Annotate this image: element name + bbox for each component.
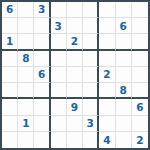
empty-cell-r3c7[interactable] (99, 34, 115, 50)
empty-cell-r8c5[interactable] (67, 116, 83, 132)
empty-cell-r5c9[interactable] (132, 67, 148, 83)
sudoku-board: 6336128628961342 (0, 0, 150, 150)
given-digit-r7c9: 6 (132, 99, 148, 115)
empty-cell-r9c6[interactable] (83, 132, 99, 148)
empty-cell-r5c6[interactable] (83, 67, 99, 83)
empty-cell-r3c3[interactable] (34, 34, 50, 50)
empty-cell-r8c3[interactable] (34, 116, 50, 132)
given-digit-r3c1: 1 (2, 34, 18, 50)
empty-cell-r1c6[interactable] (83, 2, 99, 18)
empty-cell-r7c7[interactable] (99, 99, 115, 115)
empty-cell-r4c8[interactable] (116, 51, 132, 67)
empty-cell-r7c1[interactable] (2, 99, 18, 115)
empty-cell-r5c4[interactable] (51, 67, 67, 83)
empty-cell-r6c7[interactable] (99, 83, 115, 99)
given-digit-r8c6: 3 (83, 116, 99, 132)
empty-cell-r3c4[interactable] (51, 34, 67, 50)
empty-cell-r4c5[interactable] (67, 51, 83, 67)
empty-cell-r6c1[interactable] (2, 83, 18, 99)
empty-cell-r3c9[interactable] (132, 34, 148, 50)
empty-cell-r2c2[interactable] (18, 18, 34, 34)
empty-cell-r1c7[interactable] (99, 2, 115, 18)
empty-cell-r4c7[interactable] (99, 51, 115, 67)
empty-cell-r5c1[interactable] (2, 67, 18, 83)
empty-cell-r1c9[interactable] (132, 2, 148, 18)
empty-cell-r9c8[interactable] (116, 132, 132, 148)
empty-cell-r2c6[interactable] (83, 18, 99, 34)
empty-cell-r6c5[interactable] (67, 83, 83, 99)
given-digit-r8c2: 1 (18, 116, 34, 132)
empty-cell-r4c1[interactable] (2, 51, 18, 67)
given-digit-r2c8: 6 (116, 18, 132, 34)
given-digit-r6c8: 8 (116, 83, 132, 99)
empty-cell-r6c6[interactable] (83, 83, 99, 99)
given-digit-r2c4: 3 (51, 18, 67, 34)
empty-cell-r7c3[interactable] (34, 99, 50, 115)
empty-cell-r1c2[interactable] (18, 2, 34, 18)
empty-cell-r6c4[interactable] (51, 83, 67, 99)
given-digit-r7c5: 9 (67, 99, 83, 115)
empty-cell-r5c8[interactable] (116, 67, 132, 83)
empty-cell-r8c1[interactable] (2, 116, 18, 132)
empty-cell-r1c4[interactable] (51, 2, 67, 18)
empty-cell-r4c4[interactable] (51, 51, 67, 67)
empty-cell-r7c4[interactable] (51, 99, 67, 115)
empty-cell-r6c2[interactable] (18, 83, 34, 99)
empty-cell-r6c9[interactable] (132, 83, 148, 99)
empty-cell-r8c7[interactable] (99, 116, 115, 132)
empty-cell-r2c7[interactable] (99, 18, 115, 34)
empty-cell-r8c8[interactable] (116, 116, 132, 132)
given-digit-r9c9: 2 (132, 132, 148, 148)
empty-cell-r6c3[interactable] (34, 83, 50, 99)
empty-cell-r5c5[interactable] (67, 67, 83, 83)
given-digit-r1c3: 3 (34, 2, 50, 18)
empty-cell-r1c8[interactable] (116, 2, 132, 18)
empty-cell-r1c5[interactable] (67, 2, 83, 18)
empty-cell-r9c1[interactable] (2, 132, 18, 148)
empty-cell-r3c6[interactable] (83, 34, 99, 50)
given-digit-r9c7: 4 (99, 132, 115, 148)
given-digit-r4c2: 8 (18, 51, 34, 67)
empty-cell-r7c6[interactable] (83, 99, 99, 115)
empty-cell-r9c2[interactable] (18, 132, 34, 148)
empty-cell-r2c3[interactable] (34, 18, 50, 34)
empty-cell-r2c5[interactable] (67, 18, 83, 34)
empty-cell-r8c9[interactable] (132, 116, 148, 132)
empty-cell-r3c8[interactable] (116, 34, 132, 50)
empty-cell-r9c4[interactable] (51, 132, 67, 148)
empty-cell-r3c2[interactable] (18, 34, 34, 50)
given-digit-r5c3: 6 (34, 67, 50, 83)
empty-cell-r4c3[interactable] (34, 51, 50, 67)
given-digit-r3c5: 2 (67, 34, 83, 50)
empty-cell-r9c3[interactable] (34, 132, 50, 148)
given-digit-r1c1: 6 (2, 2, 18, 18)
empty-cell-r7c2[interactable] (18, 99, 34, 115)
empty-cell-r2c1[interactable] (2, 18, 18, 34)
empty-cell-r5c2[interactable] (18, 67, 34, 83)
empty-cell-r2c9[interactable] (132, 18, 148, 34)
empty-cell-r4c6[interactable] (83, 51, 99, 67)
given-digit-r5c7: 2 (99, 67, 115, 83)
empty-cell-r9c5[interactable] (67, 132, 83, 148)
empty-cell-r7c8[interactable] (116, 99, 132, 115)
empty-cell-r8c4[interactable] (51, 116, 67, 132)
empty-cell-r4c9[interactable] (132, 51, 148, 67)
